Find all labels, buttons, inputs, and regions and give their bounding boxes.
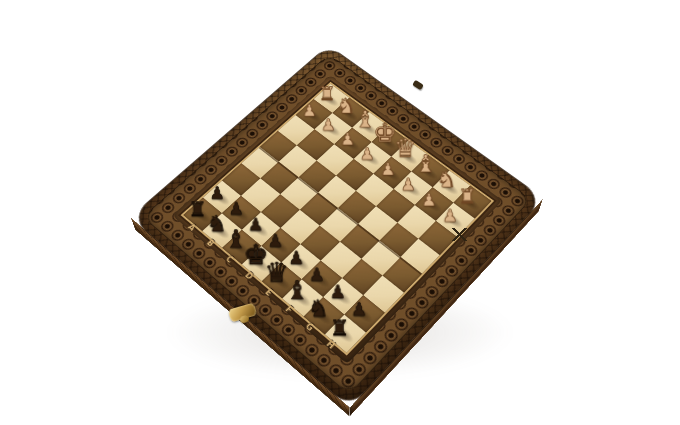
- photo-canvas: ♜♞♝♚♛♝♞♜♟♟♟♟♟♟♟♟♟♟♟♟♟♟♟♟♜♞♝♚♛♝♞♜ ABCDEFG…: [0, 0, 680, 425]
- hinge-wire-icon: [452, 228, 467, 241]
- board-scene: ♜♞♝♚♛♝♞♜♟♟♟♟♟♟♟♟♟♟♟♟♟♟♟♟♜♞♝♚♛♝♞♜ ABCDEFG…: [0, 0, 680, 425]
- piece-shadow: [309, 269, 333, 290]
- piece-shadow: [459, 194, 482, 213]
- chess-box: ♜♞♝♚♛♝♞♜♟♟♟♟♟♟♟♟♟♟♟♟♟♟♟♟♜♞♝♚♛♝♞♜ ABCDEFG…: [131, 46, 543, 408]
- piece-shadow: [209, 222, 232, 242]
- piece-shadow: [400, 180, 423, 199]
- piece-shadow: [229, 238, 252, 258]
